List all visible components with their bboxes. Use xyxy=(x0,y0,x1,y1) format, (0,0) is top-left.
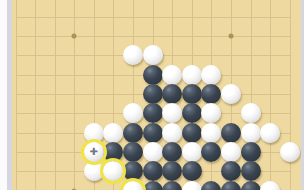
white-stone xyxy=(84,161,104,181)
black-stone xyxy=(201,142,221,162)
white-stone xyxy=(221,142,241,162)
board-grid-line xyxy=(55,0,56,190)
white-stone xyxy=(182,65,202,85)
black-stone xyxy=(182,123,202,143)
white-stone xyxy=(103,123,123,143)
white-stone xyxy=(123,103,143,123)
black-stone xyxy=(162,142,182,162)
black-stone xyxy=(201,181,221,190)
black-stone xyxy=(182,84,202,104)
black-stone xyxy=(182,161,202,181)
black-stone xyxy=(143,123,163,143)
black-stone xyxy=(162,84,182,104)
board-grid-line xyxy=(16,17,290,18)
white-stone xyxy=(162,65,182,85)
white-stone xyxy=(84,123,104,143)
black-stone xyxy=(143,161,163,181)
white-stone xyxy=(182,142,202,162)
white-stone xyxy=(260,123,280,143)
black-stone xyxy=(182,103,202,123)
black-stone xyxy=(123,142,143,162)
white-stone xyxy=(201,65,221,85)
left-edge-strip xyxy=(0,0,7,190)
white-stone-winning xyxy=(103,161,123,181)
right-edge-divider xyxy=(301,0,304,190)
white-stone xyxy=(162,103,182,123)
left-edge-divider xyxy=(7,0,12,190)
white-stone xyxy=(123,45,143,65)
white-stone xyxy=(280,142,300,162)
star-point xyxy=(228,34,233,39)
black-stone xyxy=(143,103,163,123)
last-move-marker-icon: ✚ xyxy=(90,147,98,157)
white-stone-winning xyxy=(123,181,143,190)
board-grid-line xyxy=(16,0,17,190)
black-stone xyxy=(143,84,163,104)
white-stone xyxy=(143,142,163,162)
white-stone xyxy=(201,123,221,143)
white-stone xyxy=(241,123,261,143)
black-stone xyxy=(241,181,261,190)
black-stone xyxy=(162,181,182,190)
board-grid-line xyxy=(35,0,36,190)
white-stone xyxy=(260,181,280,190)
white-stone-winning: ✚ xyxy=(84,142,104,162)
black-stone xyxy=(221,161,241,181)
black-stone xyxy=(143,65,163,85)
black-stone xyxy=(103,142,123,162)
black-stone xyxy=(221,181,241,190)
black-stone xyxy=(123,123,143,143)
white-stone xyxy=(162,123,182,143)
black-stone xyxy=(221,123,241,143)
black-stone xyxy=(201,84,221,104)
white-stone xyxy=(241,103,261,123)
white-stone xyxy=(143,45,163,65)
board-grid-line xyxy=(16,36,290,37)
star-point xyxy=(72,188,77,190)
board-grid-line xyxy=(270,0,271,190)
black-stone xyxy=(241,142,261,162)
board-grid-line xyxy=(74,0,75,190)
white-stone xyxy=(182,181,202,190)
black-stone xyxy=(123,161,143,181)
game-board[interactable]: ✚ xyxy=(0,0,304,190)
black-stone xyxy=(143,181,163,190)
black-stone xyxy=(241,161,261,181)
white-stone xyxy=(201,103,221,123)
black-stone xyxy=(162,161,182,181)
white-stone xyxy=(221,84,241,104)
star-point xyxy=(72,34,77,39)
